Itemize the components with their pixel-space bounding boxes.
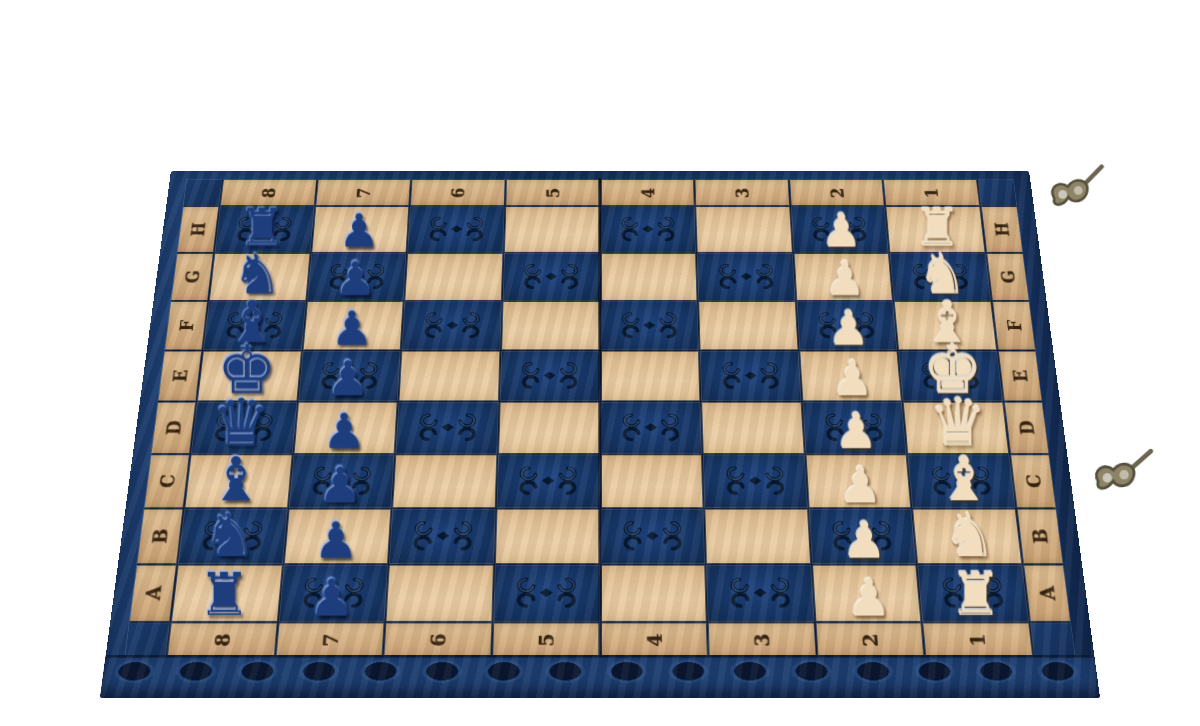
square-h7[interactable]: ♟ — [312, 207, 408, 252]
square-b2[interactable]: ♟ — [810, 510, 916, 563]
frame-corner — [1031, 623, 1074, 655]
square-e3[interactable] — [701, 352, 801, 401]
square-d5[interactable] — [499, 403, 599, 453]
square-e2[interactable]: ♟ — [800, 352, 901, 401]
rank-label-top-6: 6 — [411, 180, 504, 205]
board-frame: 87654321H♜♟♟♜HG♞♟♟♞GF♝♟♟♝FE♚♟♟♚ED♛♟♟♛DC♝… — [100, 171, 1100, 698]
file-label-text: F — [1002, 320, 1026, 331]
rank-label-text: 1 — [920, 188, 943, 198]
square-f3[interactable] — [699, 302, 797, 349]
scroll-ornament-icon — [510, 257, 592, 296]
square-e5[interactable] — [501, 352, 599, 401]
square-d4[interactable] — [601, 403, 701, 453]
square-a5[interactable] — [494, 566, 598, 621]
rank-label-text: 6 — [447, 188, 469, 198]
square-b4[interactable] — [601, 510, 704, 563]
file-label-text: H — [186, 222, 210, 236]
scroll-ornament-icon — [714, 569, 805, 616]
square-d7[interactable]: ♟ — [294, 403, 397, 453]
file-label-right-H: H — [982, 207, 1022, 252]
rank-label-text: 6 — [426, 633, 451, 646]
square-g2[interactable]: ♟ — [794, 254, 892, 300]
blue-rook-a8[interactable]: ♜ — [172, 565, 276, 624]
square-h5[interactable] — [505, 207, 599, 252]
square-b5[interactable] — [496, 510, 599, 563]
square-b8[interactable]: ♞ — [179, 510, 287, 563]
scroll-ornament-icon — [708, 355, 794, 397]
square-a2[interactable]: ♟ — [813, 566, 921, 621]
square-c6[interactable] — [393, 455, 496, 507]
file-label-left-H: H — [178, 207, 218, 252]
file-label-text: B — [1027, 529, 1053, 544]
square-f5[interactable] — [502, 302, 599, 349]
frame-corner — [125, 623, 168, 655]
square-f4[interactable] — [601, 302, 698, 349]
square-a1[interactable]: ♜ — [919, 566, 1028, 621]
rank-label-text: 8 — [257, 188, 280, 198]
rank-label-text: 2 — [826, 188, 848, 198]
scroll-ornament-icon — [609, 513, 697, 559]
square-g4[interactable] — [601, 254, 696, 300]
square-a8[interactable]: ♜ — [172, 566, 281, 621]
file-label-left-C: C — [145, 455, 189, 507]
square-g3[interactable] — [698, 254, 795, 300]
file-label-text: A — [1034, 586, 1060, 600]
file-label-text: D — [161, 420, 186, 435]
white-pawn-b2[interactable]: ♟ — [813, 516, 916, 566]
photo-stage: 87654321H♜♟♟♜HG♞♟♟♞GF♝♟♟♝FE♚♟♟♚ED♛♟♟♛DC♝… — [0, 0, 1200, 726]
file-label-right-D: D — [1005, 403, 1048, 453]
file-label-text: G — [180, 270, 204, 283]
scroll-ornament-icon — [608, 210, 689, 248]
file-label-right-A: A — [1024, 566, 1070, 621]
file-label-text: G — [996, 270, 1020, 283]
rank-label-text: 5 — [534, 633, 559, 646]
file-label-left-D: D — [152, 403, 195, 453]
blue-pawn-f7[interactable]: ♟ — [303, 304, 400, 351]
file-label-text: E — [168, 370, 192, 382]
square-b7[interactable]: ♟ — [285, 510, 391, 563]
rank-label-text: 5 — [542, 188, 564, 198]
square-f2[interactable]: ♟ — [797, 302, 896, 349]
square-h4[interactable] — [601, 207, 695, 252]
square-d2[interactable]: ♟ — [803, 403, 906, 453]
file-label-right-B: B — [1018, 510, 1063, 563]
rank-label-text: 7 — [352, 188, 374, 198]
square-c2[interactable]: ♟ — [806, 455, 910, 507]
rank-label-bottom-1: 1 — [924, 623, 1032, 655]
white-pawn-e2[interactable]: ♟ — [803, 355, 901, 403]
square-e4[interactable] — [601, 352, 699, 401]
square-a6[interactable] — [387, 566, 493, 621]
rank-label-text: 3 — [731, 188, 753, 198]
rank-label-top-5: 5 — [506, 180, 598, 205]
rank-label-bottom-5: 5 — [493, 623, 598, 655]
blue-pawn-g7[interactable]: ♟ — [308, 256, 403, 302]
rank-label-text: 8 — [209, 633, 235, 646]
white-knight-b1[interactable]: ♞ — [919, 506, 1022, 566]
rank-label-bottom-7: 7 — [276, 623, 383, 655]
blue-pawn-h7[interactable]: ♟ — [312, 208, 406, 254]
chess-board: 87654321H♜♟♟♜HG♞♟♟♞GF♝♟♟♝FE♚♟♟♚ED♛♟♟♛DC♝… — [100, 171, 1100, 698]
scroll-ornament-icon — [398, 513, 488, 559]
square-e6[interactable] — [400, 352, 500, 401]
white-pawn-c2[interactable]: ♟ — [810, 460, 911, 509]
square-g6[interactable] — [406, 254, 503, 300]
rank-label-top-4: 4 — [601, 180, 693, 205]
rank-label-text: 4 — [636, 188, 658, 198]
scroll-ornament-icon — [502, 569, 592, 616]
square-a7[interactable]: ♟ — [279, 566, 387, 621]
scroll-ornament-icon — [711, 459, 799, 504]
blue-pawn-c7[interactable]: ♟ — [289, 460, 390, 509]
file-label-text: A — [140, 586, 166, 600]
rank-label-bottom-6: 6 — [385, 623, 491, 655]
square-h3[interactable] — [696, 207, 791, 252]
scroll-ornament-icon — [505, 459, 592, 504]
square-b3[interactable] — [705, 510, 809, 563]
white-rook-a1[interactable]: ♜ — [924, 565, 1028, 624]
blue-knight-b8[interactable]: ♞ — [179, 506, 282, 566]
blue-pawn-e7[interactable]: ♟ — [299, 355, 397, 403]
rank-label-bottom-8: 8 — [168, 623, 276, 655]
square-f6[interactable] — [403, 302, 501, 349]
rank-label-text: 4 — [642, 633, 667, 646]
rank-label-text: 3 — [749, 633, 774, 646]
white-pawn-g2[interactable]: ♟ — [797, 256, 892, 302]
file-label-text: H — [990, 222, 1014, 236]
square-h2[interactable]: ♟ — [792, 207, 888, 252]
file-label-right-C: C — [1011, 455, 1055, 507]
rank-label-top-2: 2 — [790, 180, 884, 205]
file-label-text: C — [1021, 474, 1046, 488]
square-c4[interactable] — [601, 455, 702, 507]
rank-label-bottom-4: 4 — [601, 623, 706, 655]
square-g5[interactable] — [503, 254, 598, 300]
blue-pawn-d7[interactable]: ♟ — [294, 407, 394, 456]
square-b6[interactable] — [390, 510, 494, 563]
square-c7[interactable]: ♟ — [289, 455, 393, 507]
clasp-icon — [1088, 442, 1158, 502]
scroll-ornament-icon — [608, 305, 691, 346]
file-label-text: B — [147, 529, 173, 544]
file-label-text: C — [154, 474, 179, 488]
rank-label-top-3: 3 — [696, 180, 789, 205]
scroll-ornament-icon — [507, 355, 591, 397]
rank-label-top-7: 7 — [316, 180, 410, 205]
rank-label-text: 2 — [857, 633, 883, 646]
scroll-ornament-icon — [608, 406, 694, 449]
square-a4[interactable] — [601, 566, 705, 621]
file-label-left-B: B — [137, 510, 182, 563]
blue-pawn-b7[interactable]: ♟ — [284, 516, 387, 566]
square-c3[interactable] — [704, 455, 807, 507]
file-label-text: E — [1008, 370, 1032, 382]
white-pawn-d2[interactable]: ♟ — [806, 407, 906, 456]
square-a3[interactable] — [707, 566, 813, 621]
rank-label-bottom-3: 3 — [709, 623, 815, 655]
clasp-icon — [1043, 158, 1112, 218]
scroll-ornament-icon — [410, 305, 494, 346]
file-label-text: F — [174, 320, 198, 331]
rank-label-bottom-2: 2 — [816, 623, 923, 655]
scroll-ornament-icon — [704, 257, 787, 296]
square-c5[interactable] — [497, 455, 598, 507]
square-d6[interactable] — [397, 403, 498, 453]
white-pawn-f2[interactable]: ♟ — [800, 304, 897, 351]
scroll-ornament-icon — [404, 406, 491, 449]
white-pawn-a2[interactable]: ♟ — [816, 573, 920, 624]
file-label-left-A: A — [130, 566, 176, 621]
square-g7[interactable]: ♟ — [308, 254, 406, 300]
square-h6[interactable] — [408, 207, 503, 252]
blue-pawn-a7[interactable]: ♟ — [279, 573, 383, 624]
square-e7[interactable]: ♟ — [299, 352, 400, 401]
square-b1[interactable]: ♞ — [914, 510, 1022, 563]
square-d3[interactable] — [702, 403, 803, 453]
scroll-ornament-icon — [415, 210, 497, 248]
file-label-text: D — [1014, 420, 1039, 435]
square-f7[interactable]: ♟ — [303, 302, 402, 349]
board-front-edge-scallops — [100, 655, 1100, 698]
white-pawn-h2[interactable]: ♟ — [794, 208, 888, 254]
rank-label-text: 7 — [317, 633, 343, 646]
rank-label-text: 1 — [965, 633, 991, 646]
